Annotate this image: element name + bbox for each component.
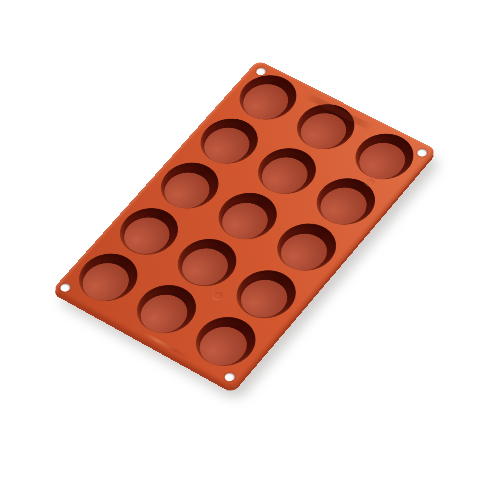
photo-background [0,0,480,480]
cavity [149,154,229,217]
cavity-floor [191,320,256,373]
cavity-floor [213,196,276,246]
cavity-floor [272,227,336,278]
cavity-floor [232,273,296,325]
cavity [125,276,207,342]
cavity-floor [312,181,375,231]
cavity [108,199,189,263]
cavity-floor [74,256,138,307]
cavity-floor [155,166,218,215]
cavity-floor [115,211,178,261]
cavity-floor [195,121,257,169]
cavity-floor [173,241,237,292]
cavity [265,215,347,280]
cavity [166,230,248,295]
cavity-floor [235,78,297,126]
cavity-floor [132,288,196,340]
cavity [67,244,149,309]
cavity [225,261,307,327]
cavity-floor [253,151,316,200]
cavity [206,184,287,248]
cavity [184,308,267,375]
cavity-floor [351,136,414,185]
